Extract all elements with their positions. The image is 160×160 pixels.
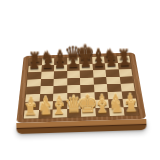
- square-f1: ♝: [95, 108, 110, 117]
- piece-black-bishop: ♝: [53, 47, 68, 64]
- piece-black-rook: ♜: [117, 48, 130, 62]
- board-tilt-wrapper: ♜♞♝♛♚♝♞♜♟♟♟♟♟♟♟♟♟♟♟♟♟♟♟♟♜♞♝♛♚♝♞♜: [0, 0, 160, 160]
- square-a1: ♜: [24, 110, 39, 119]
- square-a3: [25, 94, 39, 102]
- board-scene: ♜♞♝♛♚♝♞♜♟♟♟♟♟♟♟♟♟♟♟♟♟♟♟♟♜♞♝♛♚♝♞♜: [12, 0, 146, 123]
- piece-black-rook: ♜: [29, 51, 42, 65]
- piece-black-knight: ♞: [40, 49, 55, 65]
- square-e1: ♚: [81, 108, 96, 117]
- square-g1: ♞: [109, 107, 124, 116]
- piece-black-knight: ♞: [104, 47, 119, 63]
- square-b1: ♞: [38, 109, 53, 118]
- square-c1: ♝: [52, 109, 66, 118]
- board-frame: ♜♞♝♛♚♝♞♜♟♟♟♟♟♟♟♟♟♟♟♟♟♟♟♟♜♞♝♛♚♝♞♜: [16, 53, 146, 123]
- square-d1: ♛: [67, 108, 81, 117]
- square-b2: ♟: [39, 101, 53, 110]
- square-h1: ♜: [123, 107, 138, 116]
- board-grid: ♜♞♝♛♚♝♞♜♟♟♟♟♟♟♟♟♟♟♟♟♟♟♟♟♜♞♝♛♚♝♞♜: [24, 56, 139, 119]
- chess-set-photo: ♜♞♝♛♚♝♞♜♟♟♟♟♟♟♟♟♟♟♟♟♟♟♟♟♜♞♝♛♚♝♞♜: [0, 0, 160, 160]
- chess-board: ♜♞♝♛♚♝♞♜♟♟♟♟♟♟♟♟♟♟♟♟♟♟♟♟♜♞♝♛♚♝♞♜: [16, 53, 146, 123]
